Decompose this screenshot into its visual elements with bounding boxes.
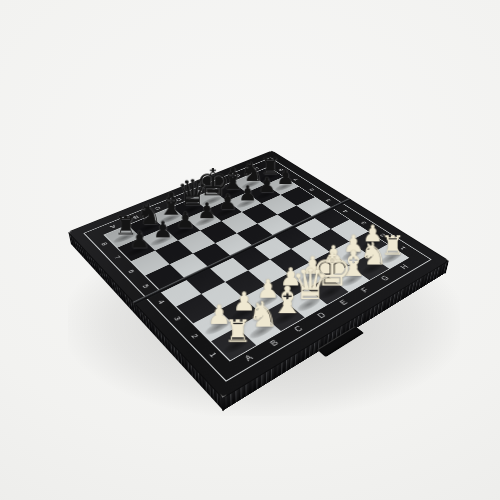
product-photo: ABCDEFGH ABCDEFGH 87654321 87654321 ♜♞♝♛… xyxy=(0,0,500,500)
squares-grid xyxy=(103,167,409,362)
board-scene: ABCDEFGH ABCDEFGH 87654321 87654321 ♜♞♝♛… xyxy=(118,111,388,381)
rank-label-8: 8 xyxy=(89,235,120,252)
board-surface: ABCDEFGH ABCDEFGH 87654321 87654321 xyxy=(83,158,431,382)
square-c7 xyxy=(164,219,200,241)
